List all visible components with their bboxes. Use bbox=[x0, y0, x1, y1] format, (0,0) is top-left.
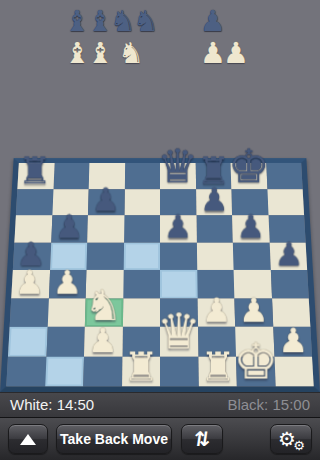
square-h5[interactable]: ♟ bbox=[269, 242, 307, 270]
white-clock: White: 14:50 bbox=[10, 393, 94, 417]
square-h8[interactable] bbox=[266, 163, 303, 189]
square-e6[interactable]: ♟ bbox=[160, 215, 196, 242]
captured-white-b: ♝ bbox=[64, 36, 88, 70]
piece-black-p-b6[interactable]: ♟ bbox=[55, 210, 84, 242]
captured-white-p: ♟ bbox=[200, 36, 224, 70]
piece-white-p-g3[interactable]: ♟ bbox=[239, 294, 269, 327]
square-a2[interactable] bbox=[8, 327, 47, 356]
square-h4[interactable] bbox=[270, 270, 308, 298]
square-d8[interactable] bbox=[124, 163, 160, 189]
square-e5[interactable] bbox=[160, 242, 197, 270]
square-h7[interactable] bbox=[267, 189, 304, 215]
square-d6[interactable] bbox=[124, 215, 160, 242]
captured-black-b: ♝ bbox=[87, 4, 111, 38]
square-h1[interactable] bbox=[274, 356, 314, 386]
captured-white-pieces-row: ♝♝♞♟♟ bbox=[0, 36, 320, 72]
square-e4[interactable] bbox=[160, 270, 197, 298]
piece-white-r-f1[interactable]: ♜ bbox=[200, 346, 236, 386]
captured-black-b: ♝ bbox=[64, 4, 88, 38]
square-f3[interactable]: ♟ bbox=[197, 298, 235, 327]
square-a1[interactable] bbox=[6, 356, 46, 386]
square-d7[interactable] bbox=[124, 189, 160, 215]
square-b3[interactable] bbox=[47, 298, 85, 327]
square-e2[interactable]: ♛ bbox=[160, 327, 198, 356]
square-g1[interactable]: ♚ bbox=[236, 356, 275, 386]
square-g3[interactable]: ♟ bbox=[234, 298, 272, 327]
square-b1[interactable] bbox=[45, 356, 84, 386]
square-c7[interactable]: ♟ bbox=[88, 189, 124, 215]
piece-black-p-g6[interactable]: ♟ bbox=[237, 210, 266, 242]
square-c1[interactable] bbox=[83, 356, 122, 386]
square-g8[interactable]: ♚ bbox=[231, 163, 267, 189]
piece-black-q-e8[interactable]: ♛ bbox=[157, 143, 199, 189]
square-g6[interactable]: ♟ bbox=[232, 215, 269, 242]
piece-black-r-a8[interactable]: ♜ bbox=[19, 152, 52, 189]
captured-white-p: ♟ bbox=[223, 36, 247, 70]
take-back-move-button[interactable]: Take Back Move bbox=[56, 424, 172, 454]
piece-white-p-f3[interactable]: ♟ bbox=[202, 294, 232, 327]
piece-white-p-h2[interactable]: ♟ bbox=[278, 323, 308, 357]
piece-white-p-a4[interactable]: ♟ bbox=[15, 265, 44, 298]
settings-button[interactable]: ⚙ ⚙ bbox=[270, 424, 312, 454]
square-a4[interactable]: ♟ bbox=[11, 270, 49, 298]
back-button[interactable] bbox=[8, 424, 48, 454]
square-f6[interactable] bbox=[196, 215, 233, 242]
chess-board: ♜♛♜♚♟♟♟♟♟♟♟♟♟♞♟♟♟♛♟♜♜♚ bbox=[0, 158, 320, 392]
piece-black-k-g8[interactable]: ♚ bbox=[228, 143, 270, 189]
square-h2[interactable]: ♟ bbox=[273, 327, 312, 356]
square-d5[interactable] bbox=[123, 242, 160, 270]
captured-black-p: ♟ bbox=[200, 4, 224, 38]
black-clock: Black: 15:00 bbox=[227, 393, 310, 417]
chess-board-area: ♜♛♜♚♟♟♟♟♟♟♟♟♟♞♟♟♟♛♟♜♜♚ bbox=[0, 120, 320, 392]
square-d4[interactable] bbox=[123, 270, 160, 298]
square-e8[interactable]: ♛ bbox=[160, 163, 196, 189]
square-g5[interactable] bbox=[233, 242, 271, 270]
piece-white-r-d1[interactable]: ♜ bbox=[123, 346, 159, 386]
square-c2[interactable]: ♟ bbox=[84, 327, 122, 356]
square-f5[interactable] bbox=[196, 242, 233, 270]
square-a7[interactable] bbox=[16, 189, 53, 215]
square-a8[interactable]: ♜ bbox=[17, 163, 54, 189]
square-f7[interactable]: ♟ bbox=[196, 189, 232, 215]
piece-white-p-b4[interactable]: ♟ bbox=[52, 265, 81, 298]
toolbar: Take Back Move ⇅ ⚙ ⚙ bbox=[0, 417, 320, 460]
captured-black-n: ♞ bbox=[110, 4, 134, 38]
square-e1[interactable] bbox=[160, 356, 198, 386]
swap-arrows-icon: ⇅ bbox=[180, 425, 224, 453]
small-gear-icon: ⚙ bbox=[293, 439, 305, 453]
piece-black-p-h5[interactable]: ♟ bbox=[274, 237, 303, 269]
square-c5[interactable] bbox=[86, 242, 123, 270]
captured-pieces-tray: ♝♝♞♞♟ ♝♝♞♟♟ bbox=[0, 0, 320, 80]
captured-white-b: ♝ bbox=[87, 36, 111, 70]
piece-black-p-f7[interactable]: ♟ bbox=[200, 183, 229, 215]
square-b2[interactable] bbox=[46, 327, 85, 356]
piece-white-k-g1[interactable]: ♚ bbox=[234, 336, 279, 386]
piece-white-p-c2[interactable]: ♟ bbox=[88, 323, 118, 357]
switch-sides-button[interactable]: ⇅ bbox=[181, 424, 223, 454]
captured-black-n: ♞ bbox=[133, 4, 157, 38]
square-d1[interactable]: ♜ bbox=[122, 356, 160, 386]
captured-black-pieces-row: ♝♝♞♞♟ bbox=[0, 4, 320, 40]
piece-black-p-c7[interactable]: ♟ bbox=[92, 183, 121, 215]
piece-white-q-e2[interactable]: ♛ bbox=[157, 307, 201, 356]
square-a3[interactable] bbox=[10, 298, 49, 327]
clock-bar: White: 14:50 Black: 15:00 bbox=[0, 392, 320, 417]
square-b8[interactable] bbox=[53, 163, 89, 189]
square-f1[interactable]: ♜ bbox=[198, 356, 237, 386]
captured-white-n: ♞ bbox=[118, 36, 142, 70]
square-b6[interactable]: ♟ bbox=[51, 215, 88, 242]
up-triangle-icon bbox=[20, 434, 36, 445]
square-d3[interactable] bbox=[122, 298, 160, 327]
square-c6[interactable] bbox=[87, 215, 124, 242]
square-b4[interactable]: ♟ bbox=[48, 270, 86, 298]
piece-black-p-e6[interactable]: ♟ bbox=[164, 210, 193, 242]
